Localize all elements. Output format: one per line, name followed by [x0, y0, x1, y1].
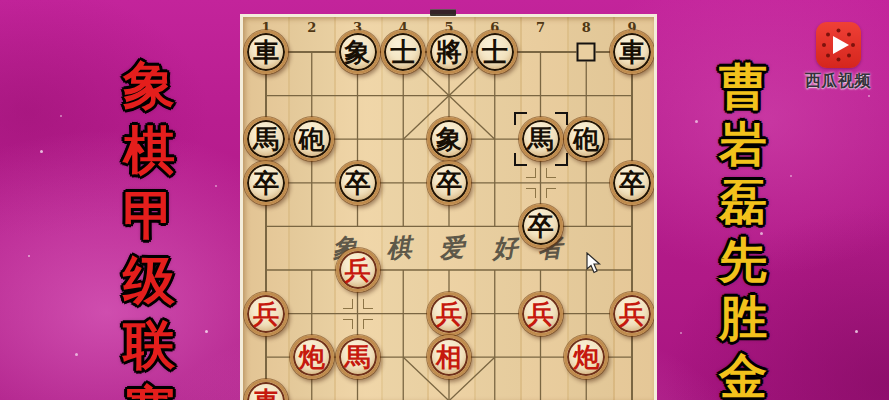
video-frame: 象棋甲级联赛 曹岩磊先胜金 123456789 象棋爱好者 車象士將士車馬砲象馬…	[0, 0, 889, 400]
piece-glyph: 相	[436, 344, 462, 370]
left-caption-char: 棋	[123, 124, 175, 180]
piece-glyph: 兵	[253, 301, 279, 327]
left-caption-char: 象	[123, 59, 175, 115]
piece-glyph: 兵	[436, 301, 462, 327]
black-piece-車[interactable]: 車	[244, 30, 288, 74]
piece-glyph: 馬	[253, 126, 279, 152]
piece-glyph: 炮	[573, 344, 599, 370]
red-piece-兵[interactable]: 兵	[610, 292, 654, 336]
piece-glyph: 象	[345, 39, 371, 65]
black-piece-砲[interactable]: 砲	[564, 117, 608, 161]
black-piece-卒[interactable]: 卒	[519, 204, 563, 248]
piece-glyph: 車	[619, 39, 645, 65]
board-frame-right	[654, 14, 657, 400]
red-piece-兵[interactable]: 兵	[519, 292, 563, 336]
red-piece-兵[interactable]: 兵	[336, 248, 380, 292]
black-piece-象[interactable]: 象	[336, 30, 380, 74]
last-move-from-marker	[577, 43, 596, 62]
black-piece-士[interactable]: 士	[473, 30, 517, 74]
black-piece-士[interactable]: 士	[381, 30, 425, 74]
piece-glyph: 兵	[528, 301, 554, 327]
xigua-app-name: 西瓜视频	[793, 71, 883, 92]
last-move-to-marker	[514, 112, 568, 166]
piece-glyph: 士	[482, 39, 508, 65]
right-caption-char: 金	[719, 352, 767, 400]
column-number-2: 2	[303, 20, 321, 35]
piece-glyph: 士	[390, 39, 416, 65]
black-piece-將[interactable]: 將	[427, 30, 471, 74]
piece-glyph: 馬	[345, 344, 371, 370]
black-piece-馬[interactable]: 馬	[244, 117, 288, 161]
river-text-char: 好	[491, 231, 518, 266]
right-caption-char: 胜	[719, 294, 767, 344]
piece-glyph: 炮	[299, 344, 325, 370]
right-caption-char: 曹	[719, 62, 767, 112]
piece-glyph: 卒	[345, 170, 371, 196]
piece-glyph: 兵	[345, 257, 371, 283]
black-piece-卒[interactable]: 卒	[610, 161, 654, 205]
left-caption-char: 级	[123, 254, 175, 310]
right-caption-players-result: 曹岩磊先胜金	[715, 62, 771, 400]
river-text-char: 爱	[438, 231, 465, 266]
column-number-7: 7	[532, 20, 550, 35]
board-point-mark	[526, 168, 556, 198]
xigua-play-icon	[816, 22, 861, 68]
column-number-8: 8	[577, 20, 595, 35]
xiangqi-board[interactable]: 123456789 象棋爱好者 車象士將士車馬砲象馬砲卒卒卒卒卒兵兵兵兵兵炮馬相…	[240, 14, 657, 400]
piece-glyph: 車	[253, 388, 279, 400]
piece-glyph: 車	[253, 39, 279, 65]
piece-glyph: 卒	[619, 170, 645, 196]
red-piece-炮[interactable]: 炮	[290, 335, 334, 379]
piece-glyph: 兵	[619, 301, 645, 327]
left-caption-char: 甲	[123, 189, 175, 245]
right-caption-char: 岩	[719, 120, 767, 170]
piece-glyph: 象	[436, 126, 462, 152]
left-caption-char: 联	[123, 319, 175, 375]
red-piece-馬[interactable]: 馬	[336, 335, 380, 379]
red-piece-兵[interactable]: 兵	[244, 292, 288, 336]
black-piece-卒[interactable]: 卒	[336, 161, 380, 205]
piece-glyph: 卒	[253, 170, 279, 196]
black-piece-卒[interactable]: 卒	[244, 161, 288, 205]
left-caption-league-title: 象棋甲级联赛	[120, 59, 178, 400]
river-text-char: 棋	[385, 231, 412, 266]
red-piece-炮[interactable]: 炮	[564, 335, 608, 379]
red-piece-兵[interactable]: 兵	[427, 292, 471, 336]
piece-glyph: 砲	[299, 126, 325, 152]
black-piece-車[interactable]: 車	[610, 30, 654, 74]
cropped-ui-sliver	[430, 9, 456, 16]
piece-glyph: 將	[436, 39, 462, 65]
black-piece-砲[interactable]: 砲	[290, 117, 334, 161]
piece-glyph: 卒	[436, 170, 462, 196]
red-piece-相[interactable]: 相	[427, 335, 471, 379]
left-caption-char: 赛	[123, 384, 175, 400]
piece-glyph: 砲	[573, 126, 599, 152]
mouse-cursor	[586, 252, 602, 274]
board-point-mark	[343, 299, 373, 329]
black-piece-卒[interactable]: 卒	[427, 161, 471, 205]
black-piece-象[interactable]: 象	[427, 117, 471, 161]
right-caption-char: 磊	[719, 178, 767, 228]
piece-glyph: 卒	[528, 213, 554, 239]
right-caption-char: 先	[719, 236, 767, 286]
board-frame-left	[240, 14, 243, 400]
xigua-video-watermark: 西瓜视频	[793, 22, 883, 92]
